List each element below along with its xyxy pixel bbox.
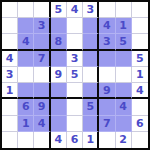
cell-r9c8[interactable]: 2 [116, 132, 132, 148]
cell-r5c7[interactable] [99, 67, 115, 83]
cell-r3c1[interactable] [2, 34, 18, 50]
cell-r9c1[interactable] [2, 132, 18, 148]
cell-r8c7[interactable]: 7 [99, 116, 115, 132]
cell-r1c2[interactable] [18, 2, 34, 18]
cell-r7c1[interactable] [2, 99, 18, 115]
cell-r6c6[interactable] [83, 83, 99, 99]
cell-r8c9[interactable]: 6 [132, 116, 148, 132]
cell-r5c3[interactable] [34, 67, 50, 83]
cell-r6c5[interactable] [67, 83, 83, 99]
cell-r5c4[interactable]: 9 [51, 67, 67, 83]
cell-r1c3[interactable] [34, 2, 50, 18]
cell-r6c9[interactable]: 4 [132, 83, 148, 99]
cell-r8c3[interactable]: 4 [34, 116, 50, 132]
cell-r9c3[interactable] [34, 132, 50, 148]
cell-r3c7[interactable]: 3 [99, 34, 115, 50]
cell-r6c3[interactable] [34, 83, 50, 99]
cell-r1c1[interactable] [2, 2, 18, 18]
cell-r4c9[interactable]: 5 [132, 51, 148, 67]
cell-r8c5[interactable] [67, 116, 83, 132]
cell-r7c4[interactable] [51, 99, 67, 115]
cell-r9c4[interactable]: 4 [51, 132, 67, 148]
cell-r4c1[interactable]: 4 [2, 51, 18, 67]
cell-r9c6[interactable]: 1 [83, 132, 99, 148]
cell-r2c7[interactable]: 4 [99, 18, 115, 34]
cell-r8c4[interactable] [51, 116, 67, 132]
cell-r4c2[interactable] [18, 51, 34, 67]
cell-r7c8[interactable]: 4 [116, 99, 132, 115]
cell-r2c8[interactable]: 1 [116, 18, 132, 34]
cell-r3c5[interactable] [67, 34, 83, 50]
cell-r7c7[interactable] [99, 99, 115, 115]
cell-r3c4[interactable]: 8 [51, 34, 67, 50]
cell-r4c5[interactable]: 3 [67, 51, 83, 67]
cell-r2c1[interactable] [2, 18, 18, 34]
cell-r5c8[interactable] [116, 67, 132, 83]
cell-r4c3[interactable]: 7 [34, 51, 50, 67]
cell-r8c1[interactable] [2, 116, 18, 132]
cell-r4c8[interactable] [116, 51, 132, 67]
cell-r2c9[interactable] [132, 18, 148, 34]
cell-r1c9[interactable] [132, 2, 148, 18]
cell-r5c9[interactable]: 1 [132, 67, 148, 83]
cell-r9c2[interactable] [18, 132, 34, 148]
cell-r5c1[interactable]: 3 [2, 67, 18, 83]
sudoku-board: 543341483547353951194695414764612 [0, 0, 150, 150]
cell-r6c1[interactable]: 1 [2, 83, 18, 99]
cell-r2c6[interactable] [83, 18, 99, 34]
cell-r5c6[interactable] [83, 67, 99, 83]
cell-r9c7[interactable] [99, 132, 115, 148]
cell-r1c6[interactable]: 3 [83, 2, 99, 18]
cell-r1c8[interactable] [116, 2, 132, 18]
cell-r6c4[interactable] [51, 83, 67, 99]
cell-r7c2[interactable]: 6 [18, 99, 34, 115]
cell-r1c7[interactable] [99, 2, 115, 18]
cell-r3c6[interactable] [83, 34, 99, 50]
cell-r6c2[interactable] [18, 83, 34, 99]
cell-r5c5[interactable]: 5 [67, 67, 83, 83]
cell-r9c5[interactable]: 6 [67, 132, 83, 148]
cell-r3c3[interactable] [34, 34, 50, 50]
cell-r4c4[interactable] [51, 51, 67, 67]
cell-r7c6[interactable]: 5 [83, 99, 99, 115]
cell-r3c8[interactable]: 5 [116, 34, 132, 50]
cell-r7c9[interactable] [132, 99, 148, 115]
cell-r2c3[interactable]: 3 [34, 18, 50, 34]
cell-r2c4[interactable] [51, 18, 67, 34]
cell-r8c2[interactable]: 1 [18, 116, 34, 132]
cell-r4c6[interactable] [83, 51, 99, 67]
cell-r3c9[interactable] [132, 34, 148, 50]
cell-r1c4[interactable]: 5 [51, 2, 67, 18]
cell-r5c2[interactable] [18, 67, 34, 83]
cell-r9c9[interactable] [132, 132, 148, 148]
cell-r7c3[interactable]: 9 [34, 99, 50, 115]
cell-r6c7[interactable]: 9 [99, 83, 115, 99]
cell-r4c7[interactable] [99, 51, 115, 67]
cell-r8c8[interactable] [116, 116, 132, 132]
cell-r7c5[interactable] [67, 99, 83, 115]
cell-r6c8[interactable] [116, 83, 132, 99]
cell-r8c6[interactable] [83, 116, 99, 132]
cell-r2c5[interactable] [67, 18, 83, 34]
cell-r1c5[interactable]: 4 [67, 2, 83, 18]
cell-r2c2[interactable] [18, 18, 34, 34]
cell-r3c2[interactable]: 4 [18, 34, 34, 50]
